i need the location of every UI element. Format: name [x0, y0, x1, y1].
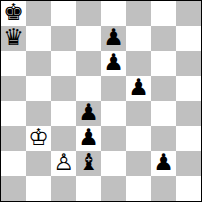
square-b3[interactable]: ♔ — [26, 126, 51, 151]
square-b7[interactable] — [26, 26, 51, 51]
square-f6[interactable] — [126, 51, 151, 76]
square-a3[interactable] — [1, 126, 26, 151]
square-e3[interactable] — [101, 126, 126, 151]
square-e2[interactable] — [101, 151, 126, 176]
square-c1[interactable] — [51, 176, 76, 201]
chess-board: ♚♛♟♟♟♟♔♟♙♝♟ — [0, 0, 202, 202]
square-h4[interactable] — [176, 101, 201, 126]
piece-black-pawn: ♟ — [103, 51, 124, 75]
square-b6[interactable] — [26, 51, 51, 76]
square-d7[interactable] — [76, 26, 101, 51]
square-a5[interactable] — [1, 76, 26, 101]
square-b1[interactable] — [26, 176, 51, 201]
piece-white-pawn: ♙ — [53, 151, 74, 175]
piece-black-king: ♚ — [3, 1, 24, 25]
square-f7[interactable] — [126, 26, 151, 51]
piece-black-queen: ♛ — [3, 26, 24, 50]
square-g5[interactable] — [151, 76, 176, 101]
square-g2[interactable]: ♟ — [151, 151, 176, 176]
chess-diagram: ♚♛♟♟♟♟♔♟♙♝♟ — [0, 0, 202, 202]
square-f2[interactable] — [126, 151, 151, 176]
square-g7[interactable] — [151, 26, 176, 51]
piece-black-pawn: ♟ — [78, 101, 99, 125]
piece-black-bishop: ♝ — [78, 151, 99, 175]
square-d5[interactable] — [76, 76, 101, 101]
square-e4[interactable] — [101, 101, 126, 126]
square-d2[interactable]: ♝ — [76, 151, 101, 176]
piece-black-pawn: ♟ — [128, 76, 149, 100]
square-d3[interactable]: ♟ — [76, 126, 101, 151]
square-f8[interactable] — [126, 1, 151, 26]
square-h6[interactable] — [176, 51, 201, 76]
square-f1[interactable] — [126, 176, 151, 201]
square-h7[interactable] — [176, 26, 201, 51]
square-b2[interactable] — [26, 151, 51, 176]
square-f3[interactable] — [126, 126, 151, 151]
square-d4[interactable]: ♟ — [76, 101, 101, 126]
square-e8[interactable] — [101, 1, 126, 26]
square-c8[interactable] — [51, 1, 76, 26]
square-h5[interactable] — [176, 76, 201, 101]
square-b5[interactable] — [26, 76, 51, 101]
square-h8[interactable] — [176, 1, 201, 26]
square-e7[interactable]: ♟ — [101, 26, 126, 51]
square-g6[interactable] — [151, 51, 176, 76]
square-a1[interactable] — [1, 176, 26, 201]
square-f5[interactable]: ♟ — [126, 76, 151, 101]
square-d8[interactable] — [76, 1, 101, 26]
piece-black-pawn: ♟ — [78, 126, 99, 150]
square-g1[interactable] — [151, 176, 176, 201]
square-c5[interactable] — [51, 76, 76, 101]
piece-white-king: ♔ — [28, 126, 49, 150]
square-a7[interactable]: ♛ — [1, 26, 26, 51]
square-h2[interactable] — [176, 151, 201, 176]
square-f4[interactable] — [126, 101, 151, 126]
square-g4[interactable] — [151, 101, 176, 126]
square-c7[interactable] — [51, 26, 76, 51]
square-d1[interactable] — [76, 176, 101, 201]
square-e5[interactable] — [101, 76, 126, 101]
square-e1[interactable] — [101, 176, 126, 201]
square-g3[interactable] — [151, 126, 176, 151]
square-c2[interactable]: ♙ — [51, 151, 76, 176]
square-a6[interactable] — [1, 51, 26, 76]
piece-black-pawn: ♟ — [153, 151, 174, 175]
square-a8[interactable]: ♚ — [1, 1, 26, 26]
square-e6[interactable]: ♟ — [101, 51, 126, 76]
square-b8[interactable] — [26, 1, 51, 26]
square-b4[interactable] — [26, 101, 51, 126]
piece-black-pawn: ♟ — [103, 26, 124, 50]
square-c3[interactable] — [51, 126, 76, 151]
square-h1[interactable] — [176, 176, 201, 201]
square-c4[interactable] — [51, 101, 76, 126]
square-a2[interactable] — [1, 151, 26, 176]
square-c6[interactable] — [51, 51, 76, 76]
square-g8[interactable] — [151, 1, 176, 26]
square-h3[interactable] — [176, 126, 201, 151]
square-d6[interactable] — [76, 51, 101, 76]
square-a4[interactable] — [1, 101, 26, 126]
